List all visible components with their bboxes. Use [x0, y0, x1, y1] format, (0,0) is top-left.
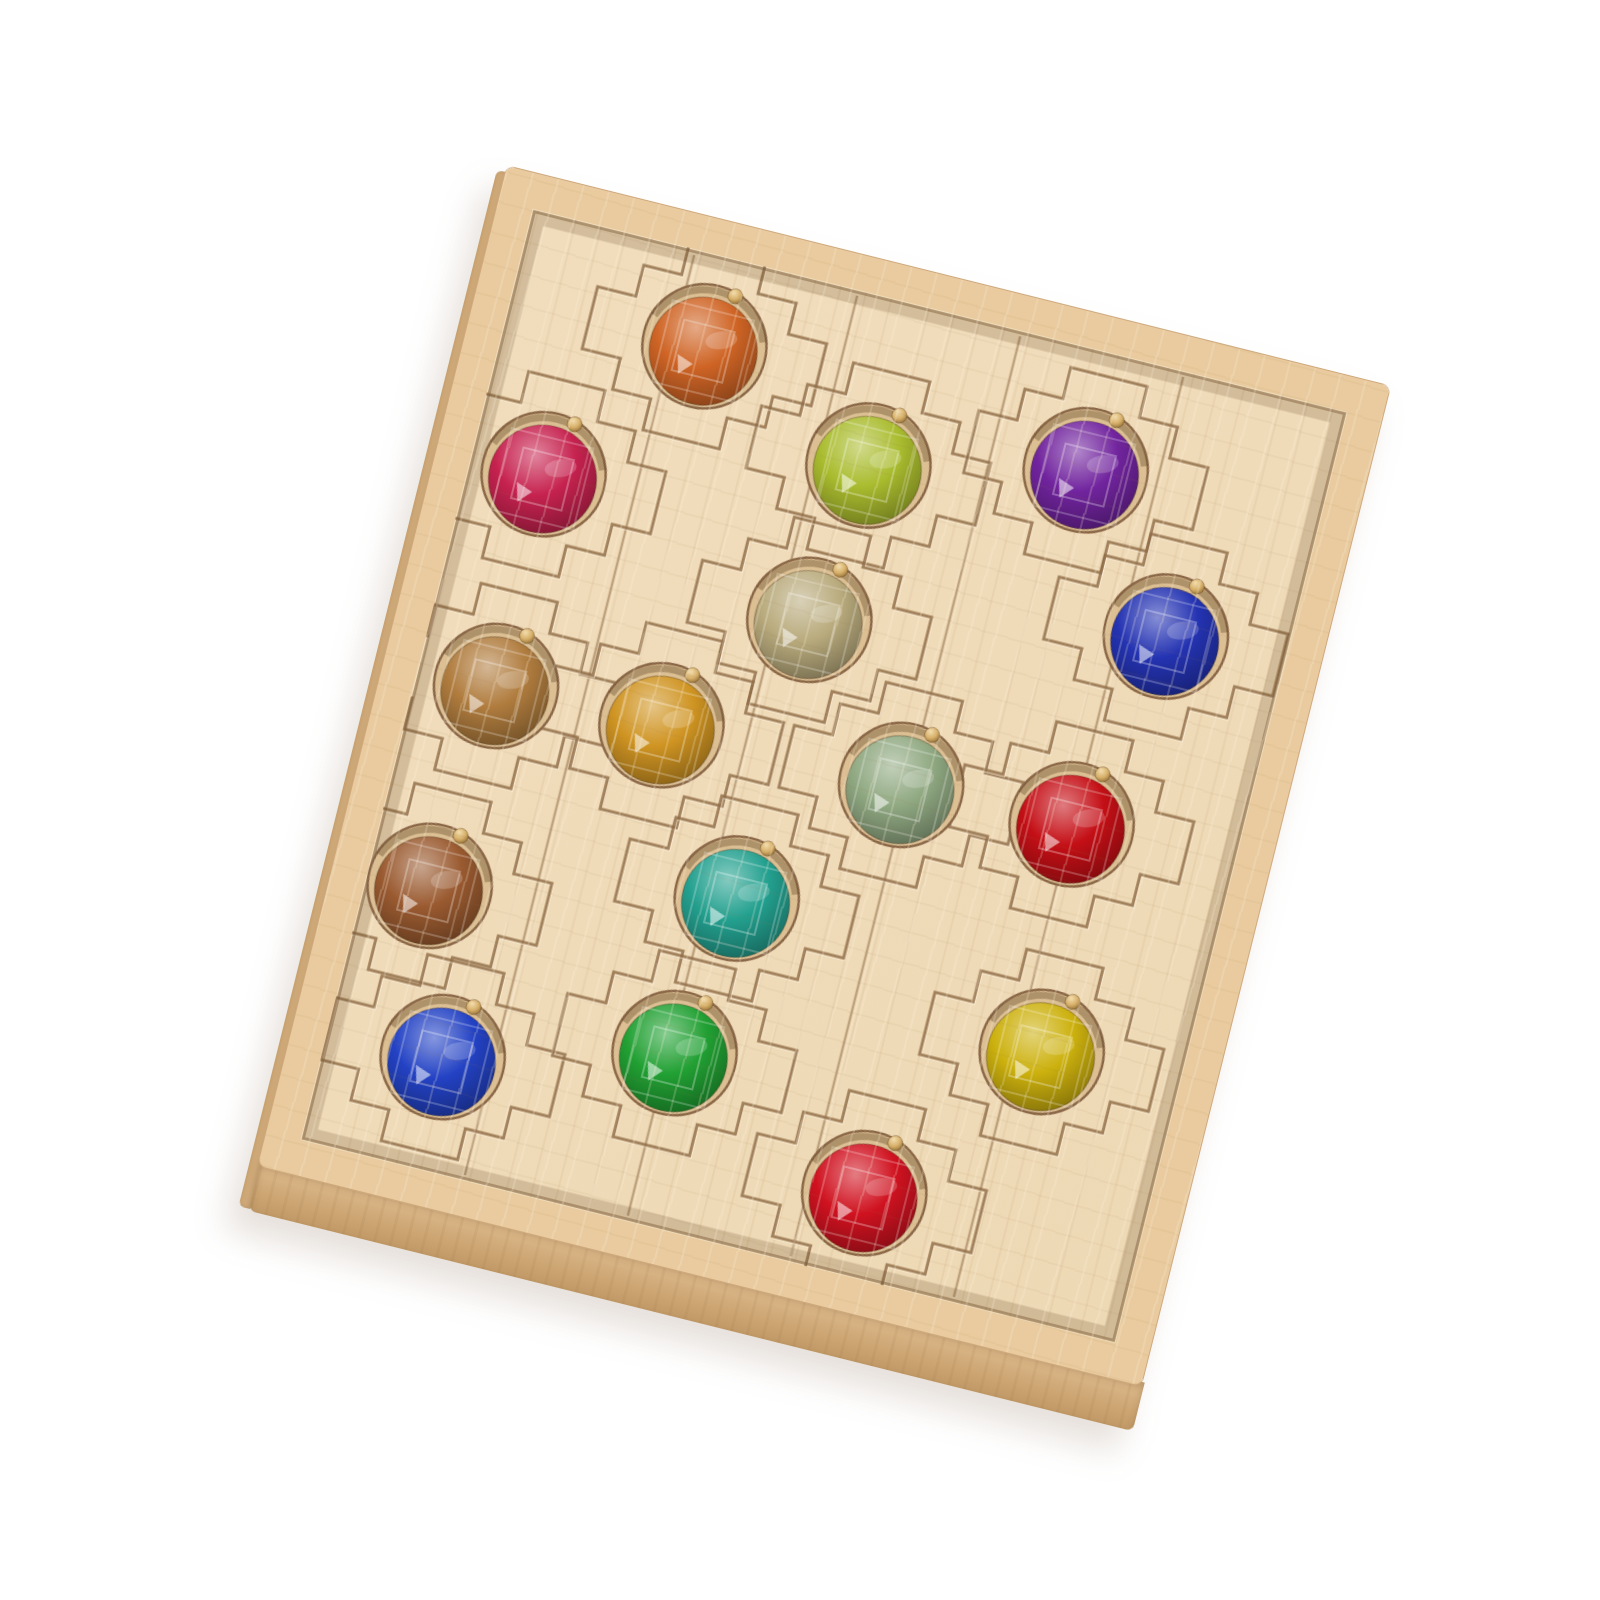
gem-board [258, 166, 1390, 1386]
board-surface [300, 209, 1347, 1344]
board-frame [258, 166, 1390, 1386]
product-photo-stage [0, 0, 1600, 1600]
